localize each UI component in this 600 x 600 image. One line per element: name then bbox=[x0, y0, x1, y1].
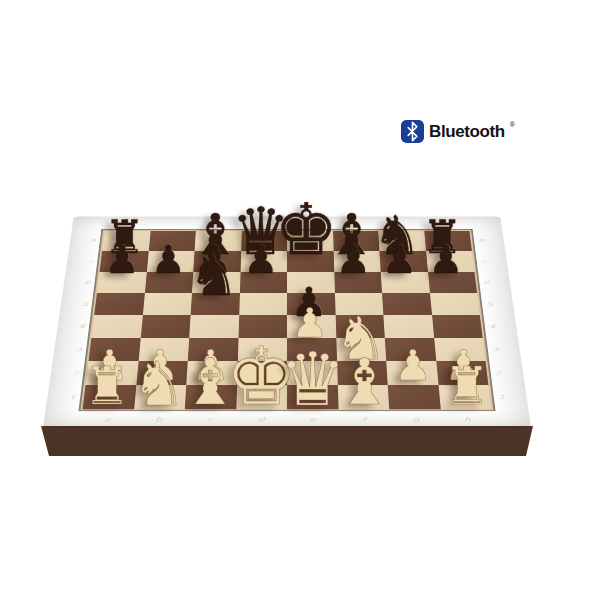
piece-white-pawn-a2: ♟ bbox=[91, 345, 129, 387]
piece-white-knight-f3: ♞ bbox=[334, 309, 387, 368]
piece-black-queen-d8: ♛ bbox=[231, 199, 290, 264]
product-photo: Bluetooth ® abcdefgh1122334455667788 ♜♝♛… bbox=[0, 0, 600, 600]
piece-black-pawn-d7: ♟ bbox=[244, 241, 279, 280]
piece-white-pawn-g2: ♟ bbox=[394, 345, 432, 387]
piece-white-pawn-h2: ♟ bbox=[444, 345, 482, 387]
piece-black-pawn-g7: ♟ bbox=[382, 241, 417, 280]
piece-black-pawn-e5: ♟ bbox=[291, 282, 327, 322]
piece-white-queen-e1: ♛ bbox=[280, 342, 346, 416]
piece-black-pawn-h7: ♟ bbox=[429, 241, 464, 280]
piece-black-pawn-f7: ♟ bbox=[336, 241, 371, 280]
piece-white-pawn-b2: ♟ bbox=[141, 345, 179, 387]
piece-white-bishop-f1: ♝ bbox=[335, 350, 392, 414]
piece-black-knight-c6: ♞ bbox=[189, 248, 239, 304]
piece-white-bishop-c1: ♝ bbox=[181, 350, 238, 414]
piece-black-bishop-f8: ♝ bbox=[326, 207, 377, 264]
piece-black-pawn-a7: ♟ bbox=[105, 241, 140, 280]
piece-black-rook-a8: ♜ bbox=[104, 215, 145, 261]
pieces-layer: ♜♝♛♚♝♞♜♟♟♟♟♟♟♟♞♟♜♞♝♚♛♝♜♟♟♟♟♟♞♟ bbox=[0, 0, 600, 600]
piece-white-rook-h1: ♜ bbox=[444, 360, 491, 412]
piece-black-pawn-b7: ♟ bbox=[151, 241, 186, 280]
piece-white-rook-a1: ♜ bbox=[84, 360, 131, 412]
piece-white-knight-b1: ♞ bbox=[131, 353, 186, 414]
piece-white-pawn-c2: ♟ bbox=[192, 345, 230, 387]
piece-black-knight-g8: ♞ bbox=[373, 209, 421, 263]
piece-black-rook-h8: ♜ bbox=[422, 215, 463, 261]
piece-white-king-d1: ♚ bbox=[225, 337, 297, 417]
piece-black-bishop-c8: ♝ bbox=[190, 207, 241, 264]
piece-black-pawn-c7: ♟ bbox=[197, 241, 232, 280]
piece-black-king-e8: ♚ bbox=[275, 195, 338, 266]
piece-white-pawn-e4: ♟ bbox=[292, 303, 329, 344]
